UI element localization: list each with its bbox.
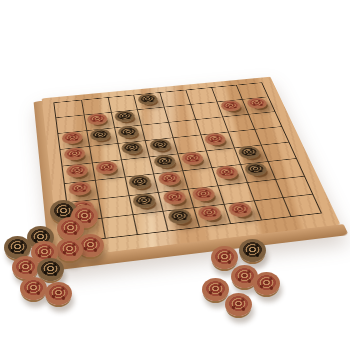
- red-loose-piece[interactable]: [225, 293, 252, 316]
- red-loose-piece[interactable]: [211, 246, 238, 269]
- red-loose-piece[interactable]: [202, 278, 229, 301]
- off-board-pile-right: [0, 0, 350, 350]
- red-loose-piece[interactable]: [253, 272, 280, 295]
- black-loose-piece[interactable]: [239, 239, 266, 262]
- product-photo-stage: [0, 0, 350, 350]
